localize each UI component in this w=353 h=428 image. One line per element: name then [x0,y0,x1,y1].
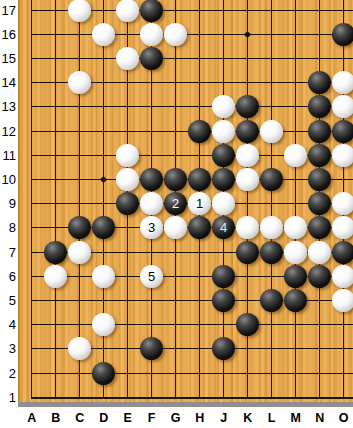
white-stone-E17 [116,0,139,22]
row-label-9: 9 [0,196,16,211]
grid-vline-B [55,0,56,399]
white-stone-N7 [308,241,331,264]
black-stone-N6 [308,265,331,288]
grid-vline-D [103,0,104,399]
white-stone-O14 [332,71,353,94]
black-stone-M5 [284,289,307,312]
board-bottom-shadow [18,402,353,407]
black-stone-F15 [140,47,163,70]
white-stone-K10 [236,168,259,191]
row-label-2: 2 [0,366,16,381]
white-stone-O13 [332,95,353,118]
row-label-3: 3 [0,341,16,356]
col-label-E: E [120,411,136,426]
black-stone-F10 [140,168,163,191]
row-label-17: 17 [0,3,16,18]
white-stone-O11 [332,144,353,167]
row-label-6: 6 [0,269,16,284]
col-label-O: O [336,411,352,426]
col-label-A: A [24,411,40,426]
black-stone-J10 [212,168,235,191]
white-stone-F16 [140,23,163,46]
col-label-N: N [312,411,328,426]
black-stone-K7 [236,241,259,264]
white-stone-O9 [332,192,353,215]
grid-hline-2 [31,373,353,374]
row-label-4: 4 [0,317,16,332]
row-label-1: 1 [0,390,16,405]
grid-vline-K [247,0,248,399]
grid-vline-A [31,0,32,399]
grid-hline-4 [31,324,353,325]
grid-hline-13 [31,106,353,107]
move-number-4: 4 [220,216,227,239]
col-label-F: F [144,411,160,426]
black-stone-N12 [308,120,331,143]
board-left-edge [18,0,21,402]
white-stone-J12 [212,120,235,143]
white-stone-O5 [332,289,353,312]
black-stone-M6 [284,265,307,288]
col-label-G: G [168,411,184,426]
black-stone-F17 [140,0,163,22]
black-stone-O7 [332,241,353,264]
black-stone-N10 [308,168,331,191]
row-label-12: 12 [0,124,16,139]
row-label-15: 15 [0,51,16,66]
col-label-H: H [192,411,208,426]
black-stone-H10 [188,168,211,191]
white-stone-K11 [236,144,259,167]
white-stone-M11 [284,144,307,167]
go-diagram: 21345 1716151413121110987654321 ABCDEFGH… [0,0,353,428]
white-stone-B6 [44,265,67,288]
black-stone-J5 [212,289,235,312]
white-stone-E10 [116,168,139,191]
grid-vline-L [271,0,272,399]
black-stone-O16 [332,23,353,46]
row-label-13: 13 [0,99,16,114]
black-stone-N11 [308,144,331,167]
white-stone-E11 [116,144,139,167]
move-number-2: 2 [172,192,179,215]
black-stone-O12 [332,120,353,143]
white-stone-D6 [92,265,115,288]
col-label-M: M [288,411,304,426]
white-stone-D16 [92,23,115,46]
white-stone-F6: 5 [140,265,163,288]
col-label-K: K [240,411,256,426]
col-label-J: J [216,411,232,426]
move-number-1: 1 [196,192,203,215]
black-stone-B7 [44,241,67,264]
white-stone-C17 [68,0,91,22]
black-stone-H12 [188,120,211,143]
white-stone-G16 [164,23,187,46]
white-stone-E15 [116,47,139,70]
black-stone-L10 [260,168,283,191]
black-stone-L7 [260,241,283,264]
grid-hline-1 [31,397,353,399]
row-label-5: 5 [0,293,16,308]
black-stone-J6 [212,265,235,288]
black-stone-K12 [236,120,259,143]
grid-hline-15 [31,58,353,59]
col-label-D: D [96,411,112,426]
move-number-5: 5 [148,265,155,288]
col-label-B: B [48,411,64,426]
white-stone-O6 [332,265,353,288]
row-label-8: 8 [0,220,16,235]
black-stone-J11 [212,144,235,167]
black-stone-D2 [92,362,115,385]
white-stone-L12 [260,120,283,143]
row-label-7: 7 [0,245,16,260]
row-label-16: 16 [0,27,16,42]
move-number-3: 3 [148,216,155,239]
grid-vline-M [295,0,296,399]
black-stone-G10 [164,168,187,191]
grid-hline-16 [31,34,353,35]
col-label-L: L [264,411,280,426]
white-stone-C7 [68,241,91,264]
row-label-10: 10 [0,172,16,187]
black-stone-L5 [260,289,283,312]
white-stone-M7 [284,241,307,264]
white-stone-O8 [332,216,353,239]
col-label-C: C [72,411,88,426]
row-label-11: 11 [0,148,16,163]
row-label-14: 14 [0,75,16,90]
